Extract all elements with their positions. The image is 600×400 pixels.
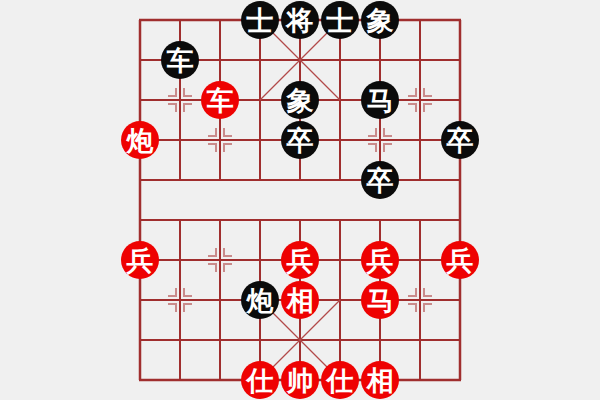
piece-red-horse[interactable]: 马 <box>361 281 399 319</box>
piece-red-pawn[interactable]: 兵 <box>281 241 319 279</box>
piece-black-advisor[interactable]: 士 <box>241 1 279 39</box>
piece-red-elephant[interactable]: 相 <box>281 281 319 319</box>
piece-black-advisor[interactable]: 士 <box>321 1 359 39</box>
piece-black-elephant[interactable]: 象 <box>281 81 319 119</box>
xiangqi-app: 士将士象车车象马炮卒卒卒兵兵兵兵炮相马仕帅仕相 <box>0 0 600 400</box>
piece-black-cannon[interactable]: 炮 <box>241 281 279 319</box>
piece-black-pawn[interactable]: 卒 <box>281 121 319 159</box>
piece-black-elephant[interactable]: 象 <box>361 1 399 39</box>
piece-black-pawn[interactable]: 卒 <box>441 121 479 159</box>
piece-red-cannon[interactable]: 炮 <box>121 121 159 159</box>
piece-red-pawn[interactable]: 兵 <box>441 241 479 279</box>
piece-black-chariot[interactable]: 车 <box>161 41 199 79</box>
piece-red-pawn[interactable]: 兵 <box>361 241 399 279</box>
piece-black-general[interactable]: 将 <box>281 1 319 39</box>
piece-red-chariot[interactable]: 车 <box>201 81 239 119</box>
piece-red-general[interactable]: 帅 <box>281 361 319 399</box>
piece-red-elephant[interactable]: 相 <box>361 361 399 399</box>
piece-black-pawn[interactable]: 卒 <box>361 161 399 199</box>
piece-red-advisor[interactable]: 仕 <box>321 361 359 399</box>
piece-red-advisor[interactable]: 仕 <box>241 361 279 399</box>
piece-black-horse[interactable]: 马 <box>361 81 399 119</box>
piece-red-pawn[interactable]: 兵 <box>121 241 159 279</box>
pieces-layer: 士将士象车车象马炮卒卒卒兵兵兵兵炮相马仕帅仕相 <box>120 0 480 400</box>
